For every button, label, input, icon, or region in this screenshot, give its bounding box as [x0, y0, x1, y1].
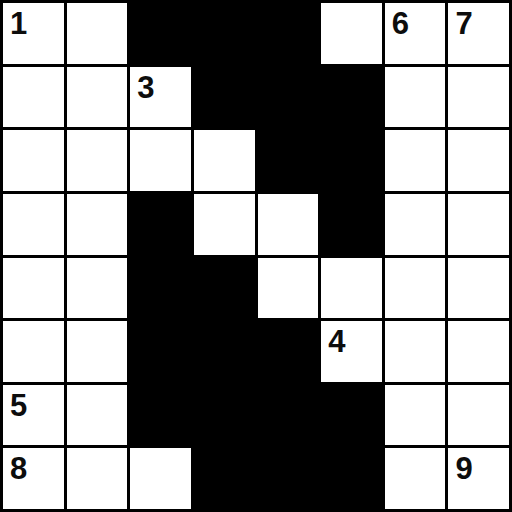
white-cell-r0c6[interactable]: 6 [385, 3, 446, 64]
white-cell-r1c6[interactable] [385, 67, 446, 128]
white-cell-r6c1[interactable] [67, 385, 128, 446]
white-cell-r5c0[interactable] [3, 321, 64, 382]
clue-number-4: 4 [328, 325, 345, 359]
black-cell-r5c2 [130, 321, 191, 382]
white-cell-r6c6[interactable] [385, 385, 446, 446]
white-cell-r5c7[interactable] [448, 321, 509, 382]
white-cell-r6c0[interactable]: 5 [3, 385, 64, 446]
white-cell-r7c7[interactable]: 9 [448, 448, 509, 509]
white-cell-r3c4[interactable] [258, 194, 319, 255]
white-cell-r2c7[interactable] [448, 130, 509, 191]
black-cell-r6c3 [194, 385, 255, 446]
white-cell-r1c7[interactable] [448, 67, 509, 128]
white-cell-r3c3[interactable] [194, 194, 255, 255]
black-cell-r5c4 [258, 321, 319, 382]
white-cell-r3c1[interactable] [67, 194, 128, 255]
white-cell-r4c7[interactable] [448, 258, 509, 319]
black-cell-r1c4 [258, 67, 319, 128]
clue-number-6: 6 [392, 7, 409, 41]
crossword-board: 16734589 [0, 0, 512, 512]
black-cell-r0c2 [130, 3, 191, 64]
black-cell-r6c5 [321, 385, 382, 446]
clue-number-7: 7 [455, 7, 472, 41]
white-cell-r4c1[interactable] [67, 258, 128, 319]
clue-number-1: 1 [10, 7, 27, 41]
white-cell-r4c0[interactable] [3, 258, 64, 319]
white-cell-r7c6[interactable] [385, 448, 446, 509]
black-cell-r1c3 [194, 67, 255, 128]
white-cell-r2c1[interactable] [67, 130, 128, 191]
white-cell-r7c2[interactable] [130, 448, 191, 509]
white-cell-r3c0[interactable] [3, 194, 64, 255]
white-cell-r2c6[interactable] [385, 130, 446, 191]
white-cell-r5c6[interactable] [385, 321, 446, 382]
white-cell-r1c0[interactable] [3, 67, 64, 128]
black-cell-r2c5 [321, 130, 382, 191]
white-cell-r5c5[interactable]: 4 [321, 321, 382, 382]
white-cell-r2c0[interactable] [3, 130, 64, 191]
black-cell-r5c3 [194, 321, 255, 382]
white-cell-r1c1[interactable] [67, 67, 128, 128]
black-cell-r1c5 [321, 67, 382, 128]
white-cell-r0c7[interactable]: 7 [448, 3, 509, 64]
black-cell-r2c4 [258, 130, 319, 191]
white-cell-r4c5[interactable] [321, 258, 382, 319]
white-cell-r4c4[interactable] [258, 258, 319, 319]
white-cell-r2c3[interactable] [194, 130, 255, 191]
clue-number-3: 3 [137, 71, 154, 105]
black-cell-r4c3 [194, 258, 255, 319]
white-cell-r2c2[interactable] [130, 130, 191, 191]
black-cell-r6c4 [258, 385, 319, 446]
white-cell-r6c7[interactable] [448, 385, 509, 446]
white-cell-r0c0[interactable]: 1 [3, 3, 64, 64]
black-cell-r3c2 [130, 194, 191, 255]
white-cell-r3c7[interactable] [448, 194, 509, 255]
white-cell-r7c0[interactable]: 8 [3, 448, 64, 509]
black-cell-r6c2 [130, 385, 191, 446]
black-cell-r3c5 [321, 194, 382, 255]
white-cell-r5c1[interactable] [67, 321, 128, 382]
white-cell-r3c6[interactable] [385, 194, 446, 255]
white-cell-r0c5[interactable] [321, 3, 382, 64]
black-cell-r7c5 [321, 448, 382, 509]
clue-number-5: 5 [10, 389, 27, 423]
white-cell-r0c1[interactable] [67, 3, 128, 64]
clue-number-9: 9 [455, 452, 472, 486]
white-cell-r1c2[interactable]: 3 [130, 67, 191, 128]
white-cell-r7c1[interactable] [67, 448, 128, 509]
clue-number-8: 8 [10, 452, 27, 486]
black-cell-r7c4 [258, 448, 319, 509]
black-cell-r7c3 [194, 448, 255, 509]
black-cell-r0c4 [258, 3, 319, 64]
white-cell-r4c6[interactable] [385, 258, 446, 319]
black-cell-r4c2 [130, 258, 191, 319]
black-cell-r0c3 [194, 3, 255, 64]
